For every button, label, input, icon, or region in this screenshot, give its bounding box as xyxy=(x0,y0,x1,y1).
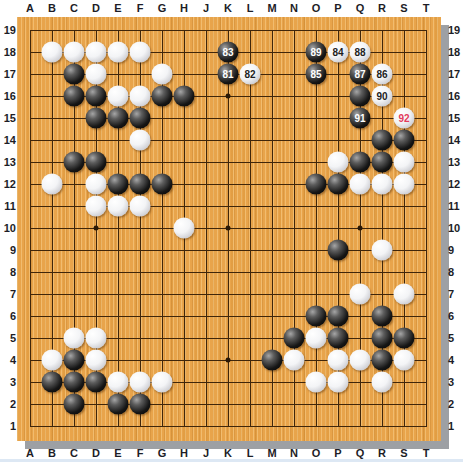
stone-black-E15 xyxy=(108,108,129,129)
column-label-O-top: O xyxy=(312,1,321,15)
column-label-O-bottom: O xyxy=(312,446,321,460)
stone-white-L17: 82 xyxy=(240,64,261,85)
move-number-91: 91 xyxy=(354,113,365,123)
stone-white-B18 xyxy=(42,42,63,63)
row-label-12-right: 12 xyxy=(448,177,463,191)
row-label-15-right: 15 xyxy=(448,111,463,125)
stone-black-M4 xyxy=(262,350,283,371)
column-label-P-bottom: P xyxy=(334,446,341,460)
column-label-N-bottom: N xyxy=(290,446,298,460)
go-board[interactable]: 838984888182858786909192 xyxy=(17,17,441,441)
row-label-3-right: 3 xyxy=(448,375,463,389)
stone-black-K17: 81 xyxy=(218,64,239,85)
row-label-14-left: 14 xyxy=(0,133,16,147)
row-label-9-right: 9 xyxy=(448,243,463,257)
column-label-T-bottom: T xyxy=(423,446,430,460)
move-number-82: 82 xyxy=(244,69,255,79)
column-label-K-bottom: K xyxy=(224,446,232,460)
stone-black-P5 xyxy=(328,328,349,349)
stone-white-E3 xyxy=(108,372,129,393)
row-label-2-right: 2 xyxy=(448,397,463,411)
move-number-83: 83 xyxy=(222,47,233,57)
stone-white-S4 xyxy=(394,350,415,371)
stone-white-S7 xyxy=(394,284,415,305)
row-label-11-left: 11 xyxy=(0,199,16,213)
row-label-13-left: 13 xyxy=(0,155,16,169)
column-label-Q-bottom: Q xyxy=(356,446,365,460)
stone-white-S12 xyxy=(394,174,415,195)
stone-white-E11 xyxy=(108,196,129,217)
stone-black-C13 xyxy=(64,152,85,173)
column-label-D-bottom: D xyxy=(92,446,100,460)
stone-white-P18: 84 xyxy=(328,42,349,63)
row-label-19-right: 19 xyxy=(448,23,463,37)
stone-white-E16 xyxy=(108,86,129,107)
row-label-16-left: 16 xyxy=(0,89,16,103)
stone-black-D15 xyxy=(86,108,107,129)
row-label-12-left: 12 xyxy=(0,177,16,191)
column-label-E-top: E xyxy=(114,1,121,15)
stone-black-S14 xyxy=(394,130,415,151)
row-label-8-right: 8 xyxy=(448,265,463,279)
move-number-90: 90 xyxy=(376,91,387,101)
row-label-3-left: 3 xyxy=(0,375,16,389)
column-label-B-bottom: B xyxy=(48,446,56,460)
column-label-C-top: C xyxy=(70,1,78,15)
stone-white-F14 xyxy=(130,130,151,151)
stone-white-S13 xyxy=(394,152,415,173)
stone-white-B12 xyxy=(42,174,63,195)
row-label-11-right: 11 xyxy=(448,199,463,213)
stone-white-Q4 xyxy=(350,350,371,371)
stone-white-F16 xyxy=(130,86,151,107)
stone-black-R5 xyxy=(372,328,393,349)
stone-white-E18 xyxy=(108,42,129,63)
stone-black-D3 xyxy=(86,372,107,393)
stone-black-R6 xyxy=(372,306,393,327)
column-label-F-top: F xyxy=(137,1,144,15)
stone-white-O5 xyxy=(306,328,327,349)
star-point-D10 xyxy=(94,226,99,231)
column-label-D-top: D xyxy=(92,1,100,15)
row-label-4-left: 4 xyxy=(0,353,16,367)
stone-black-E2 xyxy=(108,394,129,415)
stone-black-K18: 83 xyxy=(218,42,239,63)
star-point-Q10 xyxy=(358,226,363,231)
column-label-F-bottom: F xyxy=(137,446,144,460)
row-label-14-right: 14 xyxy=(448,133,463,147)
column-label-A-bottom: A xyxy=(26,446,34,460)
row-label-7-right: 7 xyxy=(448,287,463,301)
column-label-G-bottom: G xyxy=(158,446,167,460)
row-label-5-left: 5 xyxy=(0,331,16,345)
stone-black-D13 xyxy=(86,152,107,173)
stone-white-N4 xyxy=(284,350,305,371)
stone-white-R9 xyxy=(372,240,393,261)
column-label-H-top: H xyxy=(180,1,188,15)
stone-black-Q17: 87 xyxy=(350,64,371,85)
stone-white-G17 xyxy=(152,64,173,85)
stone-white-P13 xyxy=(328,152,349,173)
stone-white-F18 xyxy=(130,42,151,63)
column-label-J-bottom: J xyxy=(203,446,209,460)
star-point-K10 xyxy=(226,226,231,231)
row-label-9-left: 9 xyxy=(0,243,16,257)
stone-black-R4 xyxy=(372,350,393,371)
row-label-18-right: 18 xyxy=(448,45,463,59)
row-label-1-right: 1 xyxy=(448,419,463,433)
stone-black-H16 xyxy=(174,86,195,107)
column-label-M-bottom: M xyxy=(267,446,276,460)
move-number-87: 87 xyxy=(354,69,365,79)
stone-white-H10 xyxy=(174,218,195,239)
column-label-C-bottom: C xyxy=(70,446,78,460)
move-number-88: 88 xyxy=(354,47,365,57)
stone-white-R17: 86 xyxy=(372,64,393,85)
stone-white-R12 xyxy=(372,174,393,195)
row-label-18-left: 18 xyxy=(0,45,16,59)
stone-white-C18 xyxy=(64,42,85,63)
column-label-G-top: G xyxy=(158,1,167,15)
row-label-17-right: 17 xyxy=(448,67,463,81)
stone-white-O3 xyxy=(306,372,327,393)
stone-black-F2 xyxy=(130,394,151,415)
stone-black-P12 xyxy=(328,174,349,195)
column-label-S-top: S xyxy=(400,1,407,15)
stone-white-R3 xyxy=(372,372,393,393)
stone-black-F15 xyxy=(130,108,151,129)
stone-white-F11 xyxy=(130,196,151,217)
column-label-L-bottom: L xyxy=(247,446,254,460)
stone-black-G16 xyxy=(152,86,173,107)
star-point-K16 xyxy=(226,94,231,99)
row-label-19-left: 19 xyxy=(0,23,16,37)
stone-black-C4 xyxy=(64,350,85,371)
stone-black-C16 xyxy=(64,86,85,107)
row-label-6-right: 6 xyxy=(448,309,463,323)
stone-black-O18: 89 xyxy=(306,42,327,63)
stone-white-D5 xyxy=(86,328,107,349)
stone-black-N5 xyxy=(284,328,305,349)
stone-black-E12 xyxy=(108,174,129,195)
stone-black-D16 xyxy=(86,86,107,107)
column-label-B-top: B xyxy=(48,1,56,15)
column-label-T-top: T xyxy=(423,1,430,15)
stone-black-C17 xyxy=(64,64,85,85)
star-point-K4 xyxy=(226,358,231,363)
row-label-7-left: 7 xyxy=(0,287,16,301)
move-number-84: 84 xyxy=(332,47,343,57)
stone-white-R16: 90 xyxy=(372,86,393,107)
stone-white-B4 xyxy=(42,350,63,371)
column-label-M-top: M xyxy=(267,1,276,15)
stone-white-Q18: 88 xyxy=(350,42,371,63)
row-label-15-left: 15 xyxy=(0,111,16,125)
stone-black-Q13 xyxy=(350,152,371,173)
column-label-S-bottom: S xyxy=(400,446,407,460)
go-app-window: 838984888182858786909192 AABBCCDDEEFFGGH… xyxy=(0,0,463,462)
row-label-4-right: 4 xyxy=(448,353,463,367)
row-label-13-right: 13 xyxy=(448,155,463,169)
column-label-P-top: P xyxy=(334,1,341,15)
column-label-Q-top: Q xyxy=(356,1,365,15)
stone-white-C5 xyxy=(64,328,85,349)
move-number-85: 85 xyxy=(310,69,321,79)
stone-white-D18 xyxy=(86,42,107,63)
stone-white-D12 xyxy=(86,174,107,195)
stone-white-G3 xyxy=(152,372,173,393)
row-label-10-left: 10 xyxy=(0,221,16,235)
stone-black-S5 xyxy=(394,328,415,349)
stone-black-P6 xyxy=(328,306,349,327)
row-label-6-left: 6 xyxy=(0,309,16,323)
stone-black-Q15: 91 xyxy=(350,108,371,129)
move-number-92: 92 xyxy=(398,113,409,123)
stone-black-R13 xyxy=(372,152,393,173)
move-number-86: 86 xyxy=(376,69,387,79)
stone-white-P4 xyxy=(328,350,349,371)
stone-black-C3 xyxy=(64,372,85,393)
stone-black-C2 xyxy=(64,394,85,415)
column-label-E-bottom: E xyxy=(114,446,121,460)
column-label-R-bottom: R xyxy=(378,446,386,460)
stone-black-G12 xyxy=(152,174,173,195)
stone-black-O17: 85 xyxy=(306,64,327,85)
column-label-L-top: L xyxy=(247,1,254,15)
stone-black-P9 xyxy=(328,240,349,261)
move-number-81: 81 xyxy=(222,69,233,79)
row-label-1-left: 1 xyxy=(0,419,16,433)
stone-white-F3 xyxy=(130,372,151,393)
column-label-R-top: R xyxy=(378,1,386,15)
column-label-A-top: A xyxy=(26,1,34,15)
stone-black-Q16 xyxy=(350,86,371,107)
row-label-10-right: 10 xyxy=(448,221,463,235)
stone-white-P3 xyxy=(328,372,349,393)
stone-white-D4 xyxy=(86,350,107,371)
stone-white-Q7 xyxy=(350,284,371,305)
stone-white-D17 xyxy=(86,64,107,85)
stone-black-R14 xyxy=(372,130,393,151)
stone-white-D11 xyxy=(86,196,107,217)
row-label-8-left: 8 xyxy=(0,265,16,279)
stone-black-B3 xyxy=(42,372,63,393)
stone-white-Q12 xyxy=(350,174,371,195)
row-label-2-left: 2 xyxy=(0,397,16,411)
row-label-17-left: 17 xyxy=(0,67,16,81)
stone-black-F12 xyxy=(130,174,151,195)
column-label-J-top: J xyxy=(203,1,209,15)
column-label-N-top: N xyxy=(290,1,298,15)
stone-black-O12 xyxy=(306,174,327,195)
move-number-89: 89 xyxy=(310,47,321,57)
column-label-H-bottom: H xyxy=(180,446,188,460)
stone-white-S15: 92 xyxy=(394,108,415,129)
row-label-16-right: 16 xyxy=(448,89,463,103)
column-label-K-top: K xyxy=(224,1,232,15)
row-label-5-right: 5 xyxy=(448,331,463,345)
stone-black-O6 xyxy=(306,306,327,327)
